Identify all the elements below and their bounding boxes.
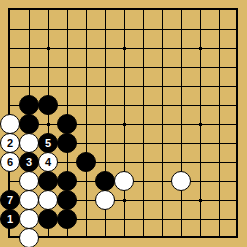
star-point	[47, 123, 50, 126]
star-point	[47, 47, 50, 50]
stone-black	[19, 95, 39, 115]
grid-line-vertical	[162, 10, 163, 238]
stone-white-move-2: 2	[0, 133, 20, 153]
stone-white	[95, 190, 115, 210]
stone-white	[19, 190, 39, 210]
stone-black	[95, 171, 115, 191]
stone-white	[19, 228, 39, 247]
stone-black	[57, 209, 77, 229]
star-point	[199, 123, 202, 126]
stone-black	[57, 171, 77, 191]
stone-white	[171, 171, 191, 191]
stone-white	[114, 171, 134, 191]
stone-white	[0, 114, 20, 134]
stone-white-move-6: 6	[0, 152, 20, 172]
stone-black-move-7: 7	[0, 190, 20, 210]
stone-black	[57, 190, 77, 210]
star-point	[123, 199, 126, 202]
stone-white	[19, 209, 39, 229]
stone-white	[19, 133, 39, 153]
stone-black-move-1: 1	[0, 209, 20, 229]
star-point	[199, 199, 202, 202]
stone-black	[57, 133, 77, 153]
stone-black-move-3: 3	[19, 152, 39, 172]
stone-white-move-4: 4	[38, 152, 58, 172]
star-point	[199, 47, 202, 50]
stone-white	[19, 171, 39, 191]
stone-black	[38, 95, 58, 115]
stone-black	[76, 152, 96, 172]
stone-black	[38, 171, 58, 191]
stone-black-move-5: 5	[38, 133, 58, 153]
go-board[interactable]: 2563471	[0, 0, 247, 247]
stone-white	[38, 190, 58, 210]
star-point	[123, 123, 126, 126]
stone-black	[38, 209, 58, 229]
grid-line-vertical	[181, 10, 182, 238]
grid-line-vertical	[143, 10, 144, 238]
stone-black	[19, 114, 39, 134]
stone-black	[57, 114, 77, 134]
grid-line-vertical	[219, 10, 220, 238]
star-point	[123, 47, 126, 50]
